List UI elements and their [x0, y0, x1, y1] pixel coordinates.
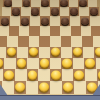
- dark-piece[interactable]: [51, 8, 59, 15]
- dark-piece[interactable]: [31, 8, 39, 15]
- board-square[interactable]: [12, 0, 21, 7]
- board-square[interactable]: [19, 26, 29, 36]
- board-square[interactable]: [3, 69, 15, 81]
- board-square[interactable]: [0, 16, 10, 26]
- board-square[interactable]: [39, 36, 50, 47]
- dark-piece[interactable]: [41, 17, 49, 24]
- table-background-corner-right: [92, 84, 100, 96]
- board-square[interactable]: [79, 7, 89, 16]
- yellow-piece[interactable]: [63, 82, 73, 91]
- board-square[interactable]: [27, 58, 38, 70]
- board-square[interactable]: [73, 58, 84, 70]
- board-square[interactable]: [40, 26, 50, 36]
- board-row: [0, 47, 100, 58]
- yellow-piece[interactable]: [73, 48, 82, 56]
- board-square[interactable]: [50, 26, 60, 36]
- board-square[interactable]: [70, 16, 80, 26]
- dark-piece[interactable]: [60, 0, 68, 6]
- board-square[interactable]: [69, 7, 79, 16]
- board-square[interactable]: [82, 36, 93, 47]
- board-square[interactable]: [0, 26, 9, 36]
- yellow-piece[interactable]: [95, 48, 100, 56]
- board-square[interactable]: [89, 7, 99, 16]
- board-square[interactable]: [28, 47, 39, 58]
- checkers-game-screen: [0, 0, 100, 100]
- dark-piece[interactable]: [61, 17, 69, 24]
- board-square[interactable]: [29, 36, 40, 47]
- board-square[interactable]: [88, 0, 97, 7]
- board-square[interactable]: [38, 69, 50, 81]
- board-square[interactable]: [15, 69, 27, 81]
- board-square[interactable]: [83, 47, 94, 58]
- table-background: [0, 96, 100, 100]
- board-square[interactable]: [84, 58, 95, 70]
- board-row: [0, 58, 100, 70]
- board-square[interactable]: [7, 36, 18, 47]
- board-row: [0, 16, 100, 26]
- board-square[interactable]: [6, 47, 17, 58]
- yellow-piece[interactable]: [51, 70, 61, 79]
- board-square[interactable]: [50, 7, 60, 16]
- checkers-board: [0, 0, 100, 94]
- board-square[interactable]: [74, 81, 86, 94]
- board-square[interactable]: [61, 58, 72, 70]
- board-square[interactable]: [60, 16, 70, 26]
- board-row: [0, 81, 100, 94]
- board-square[interactable]: [85, 69, 97, 81]
- board-square[interactable]: [50, 47, 61, 58]
- board-square[interactable]: [69, 0, 78, 7]
- board-square[interactable]: [16, 58, 27, 70]
- yellow-piece[interactable]: [51, 48, 60, 56]
- board-square[interactable]: [62, 81, 74, 94]
- dark-piece[interactable]: [70, 8, 78, 15]
- board-square[interactable]: [10, 16, 20, 26]
- yellow-piece[interactable]: [28, 70, 38, 79]
- board-square[interactable]: [31, 7, 41, 16]
- board-square[interactable]: [11, 7, 21, 16]
- yellow-piece[interactable]: [40, 59, 49, 67]
- board-row: [0, 26, 100, 36]
- board-square[interactable]: [30, 16, 40, 26]
- board-square[interactable]: [62, 69, 74, 81]
- board-square[interactable]: [90, 16, 100, 26]
- board-square[interactable]: [39, 47, 50, 58]
- board-square[interactable]: [17, 47, 28, 58]
- board-square[interactable]: [91, 26, 100, 36]
- board-square[interactable]: [61, 47, 72, 58]
- board-square[interactable]: [71, 26, 81, 36]
- board-square[interactable]: [96, 58, 100, 70]
- board-row: [2, 7, 99, 16]
- yellow-piece[interactable]: [98, 70, 100, 79]
- board-square[interactable]: [38, 81, 50, 94]
- board-square[interactable]: [0, 36, 7, 47]
- board-square[interactable]: [50, 16, 60, 26]
- board-square[interactable]: [2, 7, 12, 16]
- board-row: [0, 36, 100, 47]
- yellow-piece[interactable]: [74, 70, 84, 79]
- board-row: [0, 69, 100, 81]
- dark-piece[interactable]: [81, 17, 89, 24]
- board-square[interactable]: [50, 0, 59, 7]
- board-square[interactable]: [59, 0, 68, 7]
- board-square[interactable]: [40, 7, 50, 16]
- dark-piece[interactable]: [12, 8, 20, 15]
- board-square[interactable]: [50, 58, 61, 70]
- board-square[interactable]: [72, 47, 83, 58]
- board-square[interactable]: [78, 0, 87, 7]
- dark-piece[interactable]: [21, 17, 29, 24]
- board-square[interactable]: [22, 0, 31, 7]
- board-square[interactable]: [27, 69, 39, 81]
- board-square[interactable]: [73, 69, 85, 81]
- board-square[interactable]: [26, 81, 38, 94]
- board-square[interactable]: [4, 58, 15, 70]
- yellow-piece[interactable]: [17, 59, 26, 67]
- board-row: [3, 0, 97, 7]
- board-square[interactable]: [3, 0, 12, 7]
- board-square[interactable]: [93, 36, 100, 47]
- dark-piece[interactable]: [79, 0, 87, 6]
- board-square[interactable]: [60, 26, 70, 36]
- dark-piece[interactable]: [41, 0, 49, 6]
- board-square[interactable]: [50, 69, 62, 81]
- board-square[interactable]: [94, 47, 100, 58]
- dark-piece[interactable]: [90, 8, 98, 15]
- board-square[interactable]: [29, 26, 39, 36]
- yellow-piece[interactable]: [39, 82, 49, 91]
- dark-piece[interactable]: [23, 0, 31, 6]
- board-square[interactable]: [80, 16, 90, 26]
- yellow-piece[interactable]: [62, 59, 71, 67]
- board-square[interactable]: [60, 7, 70, 16]
- board-square[interactable]: [41, 0, 50, 7]
- board-square[interactable]: [31, 0, 40, 7]
- board-square[interactable]: [50, 36, 61, 47]
- board-square[interactable]: [20, 16, 30, 26]
- board-square[interactable]: [9, 26, 19, 36]
- board-square[interactable]: [81, 26, 91, 36]
- yellow-piece[interactable]: [29, 48, 38, 56]
- yellow-piece[interactable]: [15, 82, 25, 91]
- board-square[interactable]: [50, 81, 62, 94]
- board-square[interactable]: [39, 58, 50, 70]
- table-background-corner-left: [0, 84, 8, 96]
- board-square[interactable]: [61, 36, 72, 47]
- board-square[interactable]: [97, 69, 100, 81]
- yellow-piece[interactable]: [4, 70, 14, 79]
- yellow-piece[interactable]: [7, 48, 16, 56]
- board-square[interactable]: [40, 16, 50, 26]
- dark-piece[interactable]: [4, 0, 12, 6]
- board-square[interactable]: [18, 36, 29, 47]
- yellow-piece[interactable]: [85, 59, 94, 67]
- board-square[interactable]: [21, 7, 31, 16]
- dark-piece[interactable]: [1, 17, 9, 24]
- yellow-piece[interactable]: [0, 59, 3, 67]
- board-square[interactable]: [14, 81, 26, 94]
- board-square[interactable]: [71, 36, 82, 47]
